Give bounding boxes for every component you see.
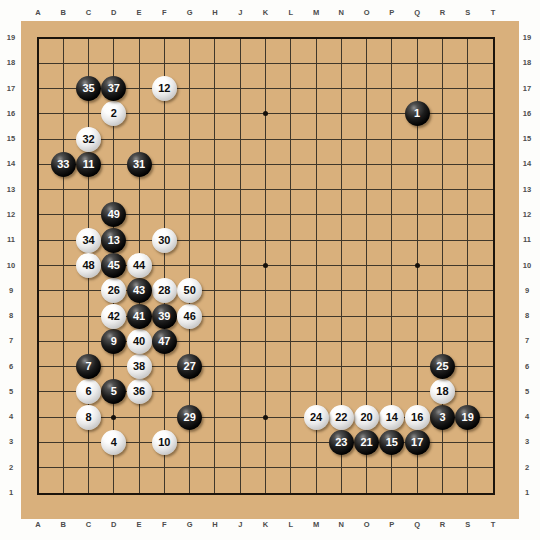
row-label-left: 7 — [9, 338, 13, 346]
row-label-left: 1 — [9, 489, 13, 497]
row-label-right: 13 — [523, 186, 531, 194]
col-label-top: C — [86, 9, 91, 17]
col-label-top: B — [61, 9, 66, 17]
row-label-left: 12 — [7, 211, 15, 219]
stone-move-number: 31 — [133, 159, 145, 170]
col-label-bottom: H — [212, 521, 217, 529]
row-label-right: 15 — [523, 135, 531, 143]
col-label-bottom: P — [389, 521, 394, 529]
stone-move-number: 24 — [310, 412, 322, 423]
stone-move-number: 27 — [184, 361, 196, 372]
stone-move-number: 22 — [335, 412, 347, 423]
row-label-right: 4 — [525, 413, 529, 421]
stone-move-number: 26 — [108, 285, 120, 296]
stone-move-number: 3 — [439, 412, 445, 423]
col-label-top: K — [263, 9, 268, 17]
stone-move-number: 9 — [111, 336, 117, 347]
stone-black-23: 23 — [329, 430, 354, 455]
stone-move-number: 32 — [82, 134, 94, 145]
stone-white-14: 14 — [379, 405, 404, 430]
row-label-right: 5 — [525, 388, 529, 396]
stone-black-17: 17 — [405, 430, 430, 455]
col-label-bottom: T — [491, 521, 496, 529]
col-label-bottom: O — [364, 521, 370, 529]
stone-move-number: 36 — [133, 386, 145, 397]
stone-white-42: 42 — [101, 304, 126, 329]
stone-move-number: 11 — [83, 159, 95, 170]
stone-move-number: 30 — [158, 235, 170, 246]
col-label-bottom: N — [339, 521, 344, 529]
stone-white-40: 40 — [127, 329, 152, 354]
stone-move-number: 42 — [108, 311, 120, 322]
stone-black-35: 35 — [76, 76, 101, 101]
row-label-right: 1 — [525, 489, 529, 497]
stone-move-number: 48 — [82, 260, 94, 271]
row-label-right: 18 — [523, 60, 531, 68]
stone-black-7: 7 — [76, 354, 101, 379]
row-label-right: 10 — [523, 262, 531, 270]
stone-move-number: 15 — [386, 437, 398, 448]
col-label-top: L — [288, 9, 293, 17]
stone-white-36: 36 — [127, 379, 152, 404]
stone-move-number: 25 — [436, 361, 448, 372]
star-point — [263, 263, 268, 268]
stone-move-number: 20 — [360, 412, 372, 423]
col-label-top: R — [440, 9, 445, 17]
stone-white-24: 24 — [304, 405, 329, 430]
col-label-top: S — [465, 9, 470, 17]
star-point — [415, 263, 420, 268]
stone-move-number: 29 — [184, 412, 196, 423]
col-label-top: A — [35, 9, 40, 17]
stone-white-32: 32 — [76, 127, 101, 152]
stone-move-number: 40 — [133, 336, 145, 347]
stone-white-22: 22 — [329, 405, 354, 430]
row-label-left: 14 — [7, 161, 15, 169]
stone-black-11: 11 — [76, 152, 101, 177]
star-point — [263, 415, 268, 420]
stone-move-number: 39 — [158, 311, 170, 322]
col-label-bottom: L — [288, 521, 293, 529]
stone-white-30: 30 — [152, 228, 177, 253]
row-label-left: 10 — [7, 262, 15, 270]
row-label-right: 8 — [525, 312, 529, 320]
row-label-left: 11 — [7, 236, 15, 244]
stone-move-number: 13 — [108, 235, 120, 246]
row-label-right: 7 — [525, 338, 529, 346]
stone-white-12: 12 — [152, 76, 177, 101]
stone-white-8: 8 — [76, 405, 101, 430]
col-label-bottom: R — [440, 521, 445, 529]
col-label-bottom: B — [61, 521, 66, 529]
row-label-right: 19 — [523, 34, 531, 42]
go-board-diagram: AABBCCDDEEFFGGHHJJKKLLMMNNOOPPQQRRSSTT19… — [0, 0, 540, 540]
col-label-top: H — [212, 9, 217, 17]
col-label-top: J — [238, 9, 242, 17]
stone-move-number: 34 — [82, 235, 94, 246]
row-label-right: 9 — [525, 287, 529, 295]
row-label-left: 9 — [9, 287, 13, 295]
stone-move-number: 14 — [386, 412, 398, 423]
stone-move-number: 10 — [158, 437, 170, 448]
col-label-top: N — [339, 9, 344, 17]
stone-white-46: 46 — [177, 304, 202, 329]
stone-white-48: 48 — [76, 253, 101, 278]
stone-move-number: 41 — [133, 311, 145, 322]
stone-move-number: 46 — [184, 311, 196, 322]
stone-move-number: 4 — [111, 437, 117, 448]
row-label-right: 3 — [525, 439, 529, 447]
stone-black-21: 21 — [354, 430, 379, 455]
stone-move-number: 33 — [57, 159, 69, 170]
row-label-right: 11 — [523, 236, 531, 244]
col-label-top: P — [389, 9, 394, 17]
stone-black-9: 9 — [101, 329, 126, 354]
stone-black-1: 1 — [405, 101, 430, 126]
stone-move-number: 7 — [85, 361, 91, 372]
stone-move-number: 18 — [436, 386, 448, 397]
stone-move-number: 37 — [108, 83, 120, 94]
stone-move-number: 2 — [111, 108, 117, 119]
stone-move-number: 23 — [335, 437, 347, 448]
col-label-bottom: S — [465, 521, 470, 529]
stone-black-43: 43 — [127, 278, 152, 303]
stone-move-number: 45 — [108, 260, 120, 271]
stone-black-19: 19 — [455, 405, 480, 430]
stone-black-31: 31 — [127, 152, 152, 177]
stone-white-44: 44 — [127, 253, 152, 278]
row-label-left: 15 — [7, 135, 15, 143]
row-label-left: 18 — [7, 60, 15, 68]
col-label-bottom: G — [187, 521, 193, 529]
row-label-left: 16 — [7, 110, 15, 118]
stone-move-number: 44 — [133, 260, 145, 271]
stone-move-number: 38 — [133, 361, 145, 372]
stone-white-34: 34 — [76, 228, 101, 253]
col-label-top: E — [137, 9, 142, 17]
stone-white-20: 20 — [354, 405, 379, 430]
col-label-bottom: E — [137, 521, 142, 529]
row-label-left: 3 — [9, 439, 13, 447]
col-label-bottom: A — [35, 521, 40, 529]
stone-black-3: 3 — [430, 405, 455, 430]
stone-move-number: 28 — [158, 285, 170, 296]
row-label-left: 19 — [7, 34, 15, 42]
col-label-top: F — [162, 9, 167, 17]
stone-move-number: 50 — [184, 285, 196, 296]
row-label-right: 14 — [523, 161, 531, 169]
stone-move-number: 43 — [133, 285, 145, 296]
col-label-bottom: C — [86, 521, 91, 529]
stone-move-number: 47 — [158, 336, 170, 347]
col-label-bottom: D — [111, 521, 116, 529]
row-label-right: 6 — [525, 363, 529, 371]
col-label-top: G — [187, 9, 193, 17]
row-label-right: 16 — [523, 110, 531, 118]
stone-black-33: 33 — [51, 152, 76, 177]
col-label-bottom: F — [162, 521, 167, 529]
stone-black-13: 13 — [101, 228, 126, 253]
col-label-top: O — [364, 9, 370, 17]
stone-move-number: 16 — [411, 412, 423, 423]
stone-white-10: 10 — [152, 430, 177, 455]
stone-move-number: 6 — [85, 386, 91, 397]
stone-move-number: 19 — [462, 412, 474, 423]
row-label-left: 5 — [9, 388, 13, 396]
stone-white-16: 16 — [405, 405, 430, 430]
row-label-left: 8 — [9, 312, 13, 320]
stone-black-41: 41 — [127, 304, 152, 329]
stone-black-29: 29 — [177, 405, 202, 430]
col-label-bottom: K — [263, 521, 268, 529]
row-label-left: 4 — [9, 413, 13, 421]
stone-move-number: 8 — [85, 412, 91, 423]
stone-black-47: 47 — [152, 329, 177, 354]
stone-white-38: 38 — [127, 354, 152, 379]
row-label-left: 2 — [9, 464, 13, 472]
stone-move-number: 17 — [411, 437, 423, 448]
col-label-top: T — [491, 9, 496, 17]
col-label-top: D — [111, 9, 116, 17]
col-label-top: M — [313, 9, 319, 17]
row-label-right: 12 — [523, 211, 531, 219]
stone-black-39: 39 — [152, 304, 177, 329]
col-label-bottom: Q — [414, 521, 420, 529]
stone-black-25: 25 — [430, 354, 455, 379]
row-label-left: 6 — [9, 363, 13, 371]
stone-move-number: 35 — [82, 83, 94, 94]
stone-move-number: 5 — [111, 386, 117, 397]
row-label-left: 17 — [7, 85, 15, 93]
stone-white-28: 28 — [152, 278, 177, 303]
stone-move-number: 21 — [360, 437, 372, 448]
stone-move-number: 1 — [414, 108, 420, 119]
stone-move-number: 12 — [158, 83, 170, 94]
col-label-bottom: M — [313, 521, 319, 529]
stone-move-number: 49 — [108, 209, 120, 220]
col-label-bottom: J — [238, 521, 242, 529]
row-label-right: 17 — [523, 85, 531, 93]
row-label-right: 2 — [525, 464, 529, 472]
row-label-left: 13 — [7, 186, 15, 194]
col-label-top: Q — [414, 9, 420, 17]
